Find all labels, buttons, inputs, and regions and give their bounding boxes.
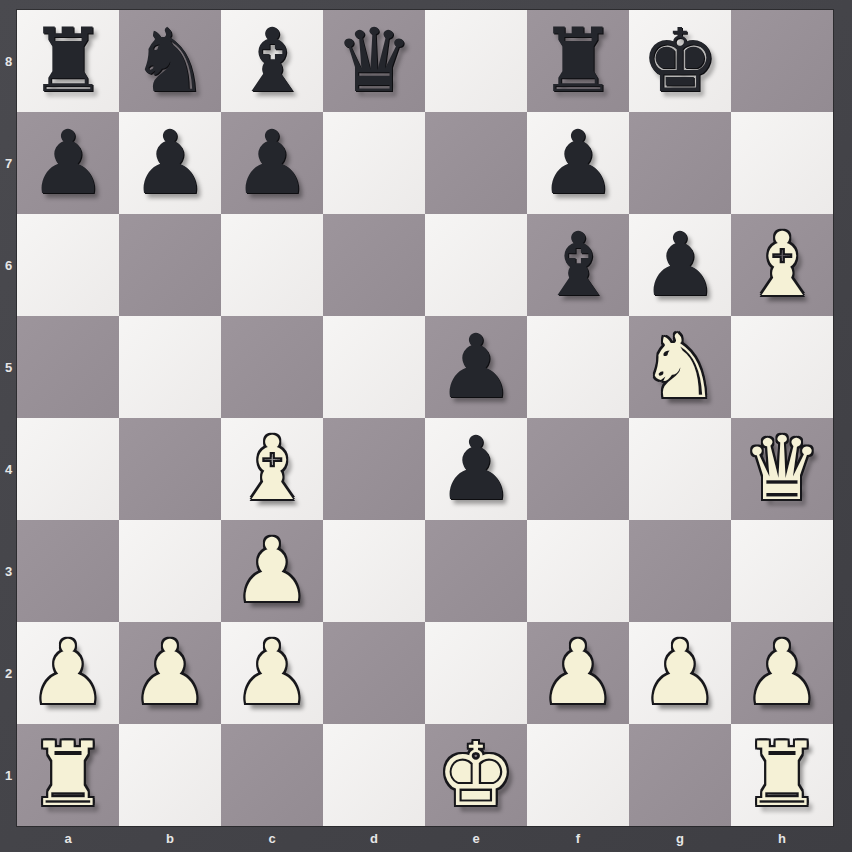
file-label-a: a [17, 826, 119, 852]
rank-label-3: 3 [0, 520, 17, 622]
square-h5[interactable] [731, 316, 833, 418]
piece-white-pawn[interactable]: ♟ [233, 622, 312, 724]
square-g5[interactable]: ♞ [629, 316, 731, 418]
rank-label-7: 7 [0, 112, 17, 214]
piece-black-bishop[interactable]: ♝ [539, 214, 618, 316]
square-g7[interactable] [629, 112, 731, 214]
square-h3[interactable] [731, 520, 833, 622]
square-a8[interactable]: ♜ [17, 10, 119, 112]
rank-label-8: 8 [0, 10, 17, 112]
square-a3[interactable] [17, 520, 119, 622]
chess-board-frame: 87654321 ♜♞♝♛♜♚♟♟♟♟♝♟♝♟♞♝♟♛♟♟♟♟♟♟♟♜♚♜ ab… [0, 0, 852, 852]
square-g2[interactable]: ♟ [629, 622, 731, 724]
piece-white-pawn[interactable]: ♟ [539, 622, 618, 724]
file-label-e: e [425, 826, 527, 852]
square-e4[interactable]: ♟ [425, 418, 527, 520]
file-label-b: b [119, 826, 221, 852]
square-e1[interactable]: ♚ [425, 724, 527, 826]
file-label-h: h [731, 826, 833, 852]
piece-black-king[interactable]: ♚ [641, 10, 720, 112]
file-label-c: c [221, 826, 323, 852]
piece-black-rook[interactable]: ♜ [29, 10, 108, 112]
piece-black-pawn[interactable]: ♟ [539, 112, 618, 214]
square-e3[interactable] [425, 520, 527, 622]
piece-black-rook[interactable]: ♜ [539, 10, 618, 112]
piece-white-king[interactable]: ♚ [437, 724, 516, 826]
piece-white-bishop[interactable]: ♝ [233, 418, 312, 520]
square-d8[interactable]: ♛ [323, 10, 425, 112]
square-f7[interactable]: ♟ [527, 112, 629, 214]
piece-white-pawn[interactable]: ♟ [131, 622, 210, 724]
square-b5[interactable] [119, 316, 221, 418]
rank-label-2: 2 [0, 622, 17, 724]
square-e8[interactable] [425, 10, 527, 112]
square-c2[interactable]: ♟ [221, 622, 323, 724]
square-a5[interactable] [17, 316, 119, 418]
piece-black-pawn[interactable]: ♟ [233, 112, 312, 214]
piece-white-bishop[interactable]: ♝ [743, 214, 822, 316]
square-a6[interactable] [17, 214, 119, 316]
square-d5[interactable] [323, 316, 425, 418]
square-g6[interactable]: ♟ [629, 214, 731, 316]
square-c1[interactable] [221, 724, 323, 826]
square-f2[interactable]: ♟ [527, 622, 629, 724]
square-e7[interactable] [425, 112, 527, 214]
square-c6[interactable] [221, 214, 323, 316]
square-c7[interactable]: ♟ [221, 112, 323, 214]
square-g4[interactable] [629, 418, 731, 520]
square-f4[interactable] [527, 418, 629, 520]
square-b1[interactable] [119, 724, 221, 826]
square-h7[interactable] [731, 112, 833, 214]
piece-black-knight[interactable]: ♞ [131, 10, 210, 112]
piece-black-pawn[interactable]: ♟ [437, 418, 516, 520]
file-labels: abcdefgh [17, 826, 833, 852]
square-f6[interactable]: ♝ [527, 214, 629, 316]
file-label-d: d [323, 826, 425, 852]
square-b7[interactable]: ♟ [119, 112, 221, 214]
square-h1[interactable]: ♜ [731, 724, 833, 826]
piece-black-pawn[interactable]: ♟ [131, 112, 210, 214]
square-d7[interactable] [323, 112, 425, 214]
square-a1[interactable]: ♜ [17, 724, 119, 826]
square-d4[interactable] [323, 418, 425, 520]
square-h2[interactable]: ♟ [731, 622, 833, 724]
piece-white-pawn[interactable]: ♟ [743, 622, 822, 724]
square-e2[interactable] [425, 622, 527, 724]
square-f3[interactable] [527, 520, 629, 622]
piece-black-bishop[interactable]: ♝ [233, 10, 312, 112]
rank-label-4: 4 [0, 418, 17, 520]
square-b8[interactable]: ♞ [119, 10, 221, 112]
piece-white-pawn[interactable]: ♟ [233, 520, 312, 622]
square-a7[interactable]: ♟ [17, 112, 119, 214]
square-b4[interactable] [119, 418, 221, 520]
rank-label-6: 6 [0, 214, 17, 316]
square-h4[interactable]: ♛ [731, 418, 833, 520]
piece-black-queen[interactable]: ♛ [335, 10, 414, 112]
piece-black-pawn[interactable]: ♟ [437, 316, 516, 418]
rank-labels: 87654321 [0, 10, 17, 826]
square-a2[interactable]: ♟ [17, 622, 119, 724]
rank-label-1: 1 [0, 724, 17, 826]
piece-black-pawn[interactable]: ♟ [29, 112, 108, 214]
square-b6[interactable] [119, 214, 221, 316]
piece-white-rook[interactable]: ♜ [29, 724, 108, 826]
file-label-g: g [629, 826, 731, 852]
piece-white-pawn[interactable]: ♟ [29, 622, 108, 724]
square-g3[interactable] [629, 520, 731, 622]
square-c5[interactable] [221, 316, 323, 418]
square-f1[interactable] [527, 724, 629, 826]
square-d6[interactable] [323, 214, 425, 316]
piece-white-queen[interactable]: ♛ [743, 418, 822, 520]
rank-label-5: 5 [0, 316, 17, 418]
square-g1[interactable] [629, 724, 731, 826]
piece-white-rook[interactable]: ♜ [743, 724, 822, 826]
square-b3[interactable] [119, 520, 221, 622]
square-e5[interactable]: ♟ [425, 316, 527, 418]
square-b2[interactable]: ♟ [119, 622, 221, 724]
piece-black-pawn[interactable]: ♟ [641, 214, 720, 316]
square-f8[interactable]: ♜ [527, 10, 629, 112]
piece-white-knight[interactable]: ♞ [641, 316, 720, 418]
square-d1[interactable] [323, 724, 425, 826]
chess-board: ♜♞♝♛♜♚♟♟♟♟♝♟♝♟♞♝♟♛♟♟♟♟♟♟♟♜♚♜ [17, 10, 833, 826]
square-h8[interactable] [731, 10, 833, 112]
square-f5[interactable] [527, 316, 629, 418]
square-c4[interactable]: ♝ [221, 418, 323, 520]
file-label-f: f [527, 826, 629, 852]
square-d3[interactable] [323, 520, 425, 622]
square-d2[interactable] [323, 622, 425, 724]
square-c3[interactable]: ♟ [221, 520, 323, 622]
square-h6[interactable]: ♝ [731, 214, 833, 316]
square-e6[interactable] [425, 214, 527, 316]
piece-white-pawn[interactable]: ♟ [641, 622, 720, 724]
square-a4[interactable] [17, 418, 119, 520]
square-g8[interactable]: ♚ [629, 10, 731, 112]
square-c8[interactable]: ♝ [221, 10, 323, 112]
